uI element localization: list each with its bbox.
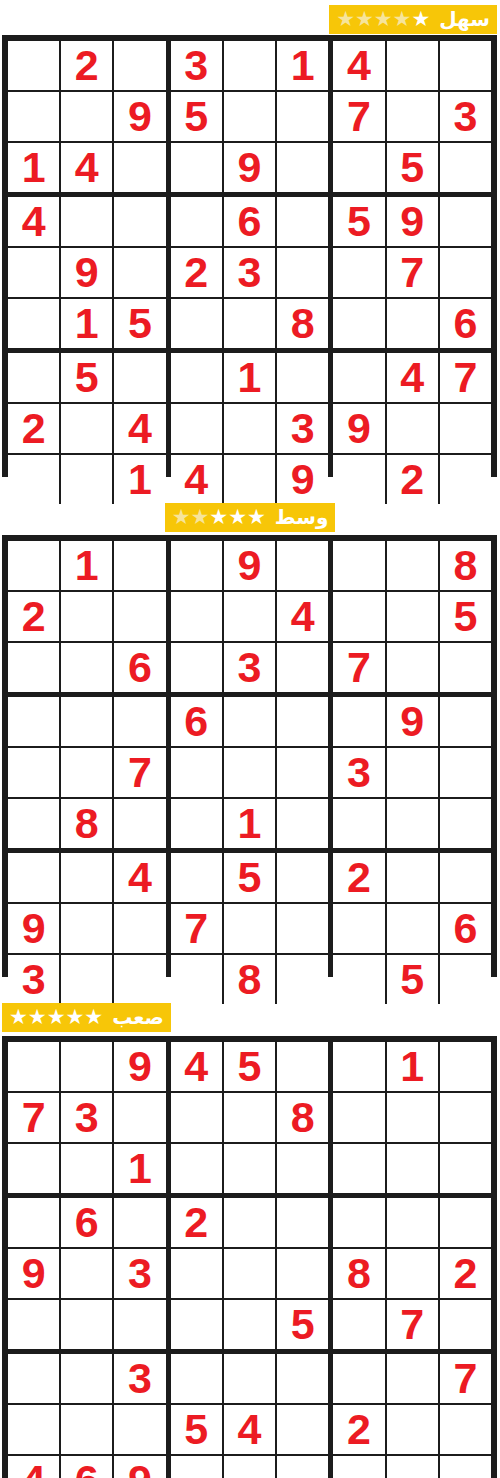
cell-r3c5: 3 <box>224 643 275 692</box>
cell-r6c8: 7 <box>387 1300 438 1349</box>
sudoku-box: 2914 <box>8 41 166 192</box>
sudoku-box: 6238 <box>171 197 329 348</box>
cell-r1c6 <box>277 541 328 590</box>
cell-r6c9 <box>440 799 491 848</box>
cell-r4c9 <box>440 1198 491 1247</box>
difficulty-label-hard: صعب <box>112 1003 164 1032</box>
cell-r7c7 <box>333 353 384 402</box>
cell-r8c1 <box>8 1405 59 1454</box>
cell-r5c5 <box>224 748 275 797</box>
cell-r9c4: 4 <box>171 455 222 504</box>
cell-r2c9 <box>440 1093 491 1142</box>
cell-r7c9 <box>440 853 491 902</box>
cell-r2c8 <box>387 592 438 641</box>
cell-r1c8 <box>387 41 438 90</box>
cell-r9c8: 2 <box>387 455 438 504</box>
sudoku-box: 54 <box>171 1354 329 1478</box>
sudoku-box: 93 <box>333 697 491 848</box>
cell-r8c6 <box>277 904 328 953</box>
cell-r5c1 <box>8 248 59 297</box>
cell-r6c8 <box>387 799 438 848</box>
cell-r9c1: 4 <box>8 1456 59 1478</box>
cell-r7c8 <box>387 853 438 902</box>
star-rating-hard: ★★★★★ <box>9 1003 103 1032</box>
cell-r9c8: 5 <box>387 955 438 1004</box>
cell-r4c3 <box>114 1198 165 1247</box>
cell-r1c9 <box>440 41 491 90</box>
sudoku-box: 4735 <box>333 41 491 192</box>
sudoku-box: 857 <box>333 541 491 692</box>
cell-r6c7 <box>333 299 384 348</box>
sudoku-box: 827 <box>333 1198 491 1349</box>
cell-r4c3 <box>114 697 165 746</box>
star-icon: ★ <box>247 503 266 532</box>
sudoku-grid-hard: 973145816932582734695472 <box>2 1036 497 1478</box>
cell-r9c4 <box>171 1456 222 1478</box>
banner-row-hard: صعب ★★★★★ <box>0 1003 500 1032</box>
cell-r3c4 <box>171 643 222 692</box>
star-icon: ★ <box>209 503 228 532</box>
cell-r4c1 <box>8 697 59 746</box>
cell-r4c7 <box>333 697 384 746</box>
cell-r6c2 <box>61 1300 112 1349</box>
cell-r3c1 <box>8 643 59 692</box>
cell-r1c4 <box>171 541 222 590</box>
sudoku-box: 61 <box>171 697 329 848</box>
cell-r7c5: 1 <box>224 353 275 402</box>
difficulty-label-easy: سهل <box>439 5 490 34</box>
cell-r2c6 <box>277 92 328 141</box>
cell-r4c1: 4 <box>8 197 59 246</box>
star-icon: ★ <box>28 1003 47 1032</box>
cell-r7c1 <box>8 353 59 402</box>
cell-r9c6 <box>277 1456 328 1478</box>
cell-r2c7 <box>333 592 384 641</box>
cell-r2c7: 7 <box>333 92 384 141</box>
star-icon: ★ <box>47 1003 66 1032</box>
cell-r4c9 <box>440 697 491 746</box>
cell-r4c3 <box>114 197 165 246</box>
cell-r8c9 <box>440 404 491 453</box>
cell-r5c9 <box>440 748 491 797</box>
cell-r1c6: 1 <box>277 41 328 90</box>
cell-r1c6 <box>277 1042 328 1091</box>
cell-r8c4 <box>171 404 222 453</box>
cell-r7c8 <box>387 1354 438 1403</box>
cell-r8c4: 7 <box>171 904 222 953</box>
sudoku-grid-easy: 291431594735491562385976524113494792 <box>2 35 497 477</box>
cell-r5c8 <box>387 748 438 797</box>
cell-r9c7 <box>333 1456 384 1478</box>
cell-r7c4 <box>171 353 222 402</box>
cell-r8c7 <box>333 904 384 953</box>
cell-r7c2 <box>61 1354 112 1403</box>
difficulty-label-medium: وسط <box>275 503 329 532</box>
cell-r2c5 <box>224 592 275 641</box>
cell-r6c1 <box>8 299 59 348</box>
cell-r2c5 <box>224 1093 275 1142</box>
cell-r9c2 <box>61 955 112 1004</box>
sudoku-box: 78 <box>8 697 166 848</box>
cell-r7c9: 7 <box>440 353 491 402</box>
cell-r1c9: 8 <box>440 541 491 590</box>
cell-r7c8: 4 <box>387 353 438 402</box>
cell-r6c1 <box>8 799 59 848</box>
cell-r9c5 <box>224 1456 275 1478</box>
cell-r5c7: 3 <box>333 748 384 797</box>
cell-r3c9 <box>440 143 491 192</box>
cell-r5c2: 9 <box>61 248 112 297</box>
cell-r5c4: 2 <box>171 248 222 297</box>
cell-r8c7: 9 <box>333 404 384 453</box>
cell-r3c8 <box>387 643 438 692</box>
cell-r2c1: 2 <box>8 592 59 641</box>
cell-r9c4 <box>171 955 222 1004</box>
cell-r1c2 <box>61 1042 112 1091</box>
cell-r5c7: 8 <box>333 1249 384 1298</box>
star-icon: ★ <box>191 503 210 532</box>
cell-r5c8 <box>387 1249 438 1298</box>
cell-r8c3 <box>114 904 165 953</box>
banner-row-medium: وسط ★★★★★ <box>0 503 500 532</box>
cell-r3c3 <box>114 143 165 192</box>
cell-r4c6 <box>277 1198 328 1247</box>
cell-r1c4: 4 <box>171 1042 222 1091</box>
cell-r9c6: 9 <box>277 455 328 504</box>
sudoku-box: 1 <box>333 1042 491 1193</box>
cell-r2c4 <box>171 1093 222 1142</box>
cell-r6c9: 6 <box>440 299 491 348</box>
cell-r5c5 <box>224 1249 275 1298</box>
sudoku-box: 493 <box>8 853 166 1004</box>
cell-r8c9: 6 <box>440 904 491 953</box>
sudoku-box: 126 <box>8 541 166 692</box>
cell-r9c9 <box>440 1456 491 1478</box>
cell-r5c6 <box>277 1249 328 1298</box>
cell-r9c1: 3 <box>8 955 59 1004</box>
cell-r9c5 <box>224 455 275 504</box>
star-icon: ★ <box>393 5 412 34</box>
cell-r6c8 <box>387 299 438 348</box>
star-icon: ★ <box>9 1003 28 1032</box>
cell-r9c3: 9 <box>114 1456 165 1478</box>
cell-r6c2: 1 <box>61 299 112 348</box>
cell-r5c6 <box>277 248 328 297</box>
star-rating-medium: ★★★★★ <box>172 503 266 532</box>
cell-r1c7 <box>333 1042 384 1091</box>
cell-r8c5 <box>224 404 275 453</box>
cell-r2c3: 9 <box>114 92 165 141</box>
cell-r6c6: 5 <box>277 1300 328 1349</box>
cell-r2c6: 8 <box>277 1093 328 1142</box>
cell-r7c5: 5 <box>224 853 275 902</box>
cell-r1c4: 3 <box>171 41 222 90</box>
cell-r2c1: 7 <box>8 1093 59 1142</box>
cell-r4c5: 6 <box>224 197 275 246</box>
cell-r2c2 <box>61 92 112 141</box>
cell-r4c4 <box>171 197 222 246</box>
cell-r4c8: 9 <box>387 197 438 246</box>
cell-r2c3 <box>114 592 165 641</box>
cell-r5c1: 9 <box>8 1249 59 1298</box>
star-icon: ★ <box>355 5 374 34</box>
cell-r8c5 <box>224 904 275 953</box>
cell-r4c8: 9 <box>387 697 438 746</box>
cell-r6c7 <box>333 799 384 848</box>
cell-r5c2 <box>61 1249 112 1298</box>
cell-r2c3 <box>114 1093 165 1142</box>
cell-r4c4: 6 <box>171 697 222 746</box>
cell-r6c3 <box>114 1300 165 1349</box>
cell-r7c4 <box>171 853 222 902</box>
cell-r2c6: 4 <box>277 592 328 641</box>
cell-r3c4 <box>171 1144 222 1193</box>
cell-r3c6 <box>277 143 328 192</box>
cell-r8c7: 2 <box>333 1405 384 1454</box>
cell-r5c3 <box>114 248 165 297</box>
star-icon: ★ <box>65 1003 84 1032</box>
cell-r6c6 <box>277 799 328 848</box>
sudoku-box: 4792 <box>333 353 491 504</box>
cell-r3c2: 4 <box>61 143 112 192</box>
cell-r6c6: 8 <box>277 299 328 348</box>
sudoku-grid-medium: 126943857786193493578265 <box>2 535 497 977</box>
cell-r1c2: 2 <box>61 41 112 90</box>
cell-r8c5: 4 <box>224 1405 275 1454</box>
sudoku-box: 265 <box>333 853 491 1004</box>
cell-r2c2: 3 <box>61 1093 112 1142</box>
cell-r4c4: 2 <box>171 1198 222 1247</box>
cell-r6c1 <box>8 1300 59 1349</box>
cell-r3c8 <box>387 1144 438 1193</box>
cell-r4c8 <box>387 1198 438 1247</box>
cell-r4c6 <box>277 197 328 246</box>
cell-r6c7 <box>333 1300 384 1349</box>
cell-r3c9 <box>440 643 491 692</box>
cell-r8c2 <box>61 404 112 453</box>
cell-r9c1 <box>8 455 59 504</box>
cell-r1c2: 1 <box>61 541 112 590</box>
cell-r9c2 <box>61 455 112 504</box>
cell-r6c4 <box>171 299 222 348</box>
cell-r1c1 <box>8 41 59 90</box>
cell-r7c1 <box>8 853 59 902</box>
cell-r1c5 <box>224 41 275 90</box>
cell-r9c7 <box>333 955 384 1004</box>
star-rating-easy: ★★★★★ <box>336 5 430 34</box>
sudoku-box: 4915 <box>8 197 166 348</box>
cell-r9c7 <box>333 455 384 504</box>
difficulty-banner-medium: وسط ★★★★★ <box>165 503 336 532</box>
cell-r5c9: 2 <box>440 1249 491 1298</box>
cell-r8c8 <box>387 404 438 453</box>
cell-r7c7 <box>333 1354 384 1403</box>
cell-r8c8 <box>387 904 438 953</box>
cell-r4c6 <box>277 697 328 746</box>
cell-r1c7: 4 <box>333 41 384 90</box>
cell-r8c2 <box>61 1405 112 1454</box>
cell-r7c5 <box>224 1354 275 1403</box>
cell-r4c2 <box>61 197 112 246</box>
star-icon: ★ <box>336 5 355 34</box>
cell-r1c7 <box>333 541 384 590</box>
banner-row-easy: سهل ★★★★★ <box>0 5 500 34</box>
cell-r2c8 <box>387 92 438 141</box>
cell-r3c4 <box>171 143 222 192</box>
cell-r5c1 <box>8 748 59 797</box>
cell-r5c8: 7 <box>387 248 438 297</box>
difficulty-banner-hard: صعب ★★★★★ <box>2 1003 171 1032</box>
sudoku-box: 3159 <box>171 41 329 192</box>
cell-r3c5: 9 <box>224 143 275 192</box>
cell-r9c5: 8 <box>224 955 275 1004</box>
puzzle-page: سهل ★★★★★ 291431594735491562385976524113… <box>0 0 500 1478</box>
cell-r1c5: 9 <box>224 541 275 590</box>
cell-r4c5 <box>224 697 275 746</box>
cell-r7c4 <box>171 1354 222 1403</box>
cell-r7c2: 5 <box>61 353 112 402</box>
sudoku-box: 72 <box>333 1354 491 1478</box>
cell-r3c1 <box>8 1144 59 1193</box>
cell-r8c6 <box>277 1405 328 1454</box>
cell-r1c3: 9 <box>114 1042 165 1091</box>
cell-r7c1 <box>8 1354 59 1403</box>
cell-r4c9 <box>440 197 491 246</box>
star-icon: ★ <box>228 503 247 532</box>
sudoku-box: 5976 <box>333 197 491 348</box>
cell-r7c2 <box>61 853 112 902</box>
cell-r8c6: 3 <box>277 404 328 453</box>
cell-r5c6 <box>277 748 328 797</box>
sudoku-box: 3469 <box>8 1354 166 1478</box>
cell-r8c3: 4 <box>114 404 165 453</box>
cell-r2c4: 5 <box>171 92 222 141</box>
cell-r2c7 <box>333 1093 384 1142</box>
cell-r5c5: 3 <box>224 248 275 297</box>
cell-r1c5: 5 <box>224 1042 275 1091</box>
cell-r5c9 <box>440 248 491 297</box>
cell-r7c6 <box>277 1354 328 1403</box>
cell-r2c4 <box>171 592 222 641</box>
sudoku-box: 9731 <box>8 1042 166 1193</box>
cell-r4c7: 5 <box>333 197 384 246</box>
cell-r8c9 <box>440 1405 491 1454</box>
cell-r4c5 <box>224 1198 275 1247</box>
cell-r6c4 <box>171 1300 222 1349</box>
cell-r8c1: 2 <box>8 404 59 453</box>
cell-r3c7 <box>333 143 384 192</box>
cell-r5c7 <box>333 248 384 297</box>
cell-r3c8: 5 <box>387 143 438 192</box>
cell-r5c3: 7 <box>114 748 165 797</box>
cell-r9c8 <box>387 1456 438 1478</box>
cell-r2c9: 5 <box>440 592 491 641</box>
sudoku-box: 578 <box>171 853 329 1004</box>
cell-r2c1 <box>8 92 59 141</box>
cell-r3c7 <box>333 1144 384 1193</box>
sudoku-box: 1349 <box>171 353 329 504</box>
cell-r8c8 <box>387 1405 438 1454</box>
cell-r6c2: 8 <box>61 799 112 848</box>
cell-r8c4: 5 <box>171 1405 222 1454</box>
cell-r3c3: 6 <box>114 643 165 692</box>
cell-r7c3 <box>114 353 165 402</box>
star-icon: ★ <box>411 5 430 34</box>
cell-r1c3 <box>114 541 165 590</box>
cell-r2c8 <box>387 1093 438 1142</box>
cell-r4c2 <box>61 697 112 746</box>
cell-r1c8: 1 <box>387 1042 438 1091</box>
cell-r6c9 <box>440 1300 491 1349</box>
cell-r3c7: 7 <box>333 643 384 692</box>
cell-r9c2: 6 <box>61 1456 112 1478</box>
sudoku-box: 458 <box>171 1042 329 1193</box>
cell-r2c2 <box>61 592 112 641</box>
cell-r5c3: 3 <box>114 1249 165 1298</box>
cell-r8c1: 9 <box>8 904 59 953</box>
cell-r9c3 <box>114 955 165 1004</box>
cell-r7c6 <box>277 353 328 402</box>
cell-r9c3: 1 <box>114 455 165 504</box>
cell-r7c7: 2 <box>333 853 384 902</box>
cell-r3c9 <box>440 1144 491 1193</box>
cell-r1c3 <box>114 41 165 90</box>
cell-r4c2: 6 <box>61 1198 112 1247</box>
cell-r1c1 <box>8 1042 59 1091</box>
cell-r7c9: 7 <box>440 1354 491 1403</box>
difficulty-banner-easy: سهل ★★★★★ <box>329 5 497 34</box>
cell-r3c6 <box>277 643 328 692</box>
cell-r9c6 <box>277 955 328 1004</box>
star-icon: ★ <box>172 503 191 532</box>
cell-r2c9: 3 <box>440 92 491 141</box>
cell-r6c3 <box>114 799 165 848</box>
cell-r4c7 <box>333 1198 384 1247</box>
cell-r8c3 <box>114 1405 165 1454</box>
cell-r1c8 <box>387 541 438 590</box>
star-icon: ★ <box>84 1003 103 1032</box>
cell-r5c4 <box>171 1249 222 1298</box>
cell-r3c5 <box>224 1144 275 1193</box>
cell-r5c4 <box>171 748 222 797</box>
cell-r3c2 <box>61 643 112 692</box>
cell-r9c9 <box>440 455 491 504</box>
sudoku-box: 943 <box>171 541 329 692</box>
cell-r6c3: 5 <box>114 299 165 348</box>
cell-r3c2 <box>61 1144 112 1193</box>
cell-r9c9 <box>440 955 491 1004</box>
sudoku-box: 693 <box>8 1198 166 1349</box>
cell-r3c1: 1 <box>8 143 59 192</box>
cell-r6c5: 1 <box>224 799 275 848</box>
cell-r1c1 <box>8 541 59 590</box>
star-icon: ★ <box>374 5 393 34</box>
cell-r4c1 <box>8 1198 59 1247</box>
cell-r1c9 <box>440 1042 491 1091</box>
cell-r6c4 <box>171 799 222 848</box>
cell-r7c3: 4 <box>114 853 165 902</box>
cell-r2c5 <box>224 92 275 141</box>
cell-r6c5 <box>224 1300 275 1349</box>
cell-r5c2 <box>61 748 112 797</box>
cell-r3c3: 1 <box>114 1144 165 1193</box>
cell-r7c3: 3 <box>114 1354 165 1403</box>
cell-r7c6 <box>277 853 328 902</box>
sudoku-box: 5241 <box>8 353 166 504</box>
sudoku-box: 25 <box>171 1198 329 1349</box>
cell-r6c5 <box>224 299 275 348</box>
cell-r3c6 <box>277 1144 328 1193</box>
